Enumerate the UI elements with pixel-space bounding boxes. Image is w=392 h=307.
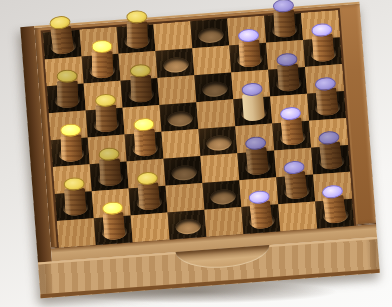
peg-hole — [197, 27, 223, 44]
peg-body — [318, 141, 342, 170]
peg-yellow[interactable] — [94, 93, 117, 132]
square-r8c4[interactable] — [168, 210, 207, 240]
peg-top-yellow — [91, 39, 112, 52]
peg-body — [245, 146, 268, 175]
peg-top-yellow — [56, 69, 77, 82]
peg-body — [50, 25, 74, 54]
square-r6c4[interactable] — [164, 156, 203, 186]
peg-body — [130, 74, 152, 102]
peg-body — [322, 194, 346, 223]
square-r5c7[interactable] — [272, 121, 311, 151]
peg-purple[interactable] — [237, 28, 260, 67]
peg-top-yellow — [129, 63, 151, 77]
square-r3c1[interactable] — [47, 84, 86, 114]
peg-body — [276, 63, 299, 91]
peg-body — [56, 80, 78, 107]
peg-purple[interactable] — [314, 76, 338, 116]
square-r6c8[interactable] — [311, 145, 350, 175]
peg-body — [91, 50, 113, 77]
square-r4c5 — [196, 99, 235, 129]
square-r2c6[interactable] — [229, 43, 268, 73]
peg-body — [133, 128, 156, 156]
square-r2c5 — [192, 46, 231, 76]
square-r6c6[interactable] — [237, 150, 276, 180]
peg-yellow[interactable] — [56, 69, 78, 107]
square-r8c2[interactable] — [94, 215, 133, 245]
square-r2c2[interactable] — [82, 54, 121, 84]
square-r3c7[interactable] — [268, 67, 307, 97]
square-r1c4 — [153, 21, 192, 51]
peg-purple[interactable] — [272, 0, 295, 37]
peg-body — [95, 104, 117, 132]
square-r2c4[interactable] — [155, 48, 194, 78]
square-r3c3[interactable] — [121, 78, 160, 108]
square-r6c5 — [200, 153, 239, 183]
peg-purple[interactable] — [279, 106, 303, 146]
square-r2c8[interactable] — [303, 37, 342, 67]
peg-top-yellow — [63, 176, 85, 190]
square-r5c3[interactable] — [125, 132, 164, 162]
peg-body — [60, 134, 82, 162]
peg-body — [280, 117, 303, 146]
peg-body — [241, 93, 264, 121]
square-r8c8[interactable] — [315, 199, 354, 229]
peg-hole — [210, 188, 236, 205]
peg-body — [126, 21, 148, 48]
square-r8c6[interactable] — [241, 204, 280, 234]
peg-top-yellow — [94, 93, 116, 107]
square-r7c3[interactable] — [129, 186, 168, 216]
peg-hole — [167, 110, 193, 127]
square-r1c7[interactable] — [264, 13, 303, 43]
peg-body — [311, 33, 334, 61]
square-r1c3[interactable] — [117, 24, 156, 54]
square-r5c5[interactable] — [198, 126, 237, 156]
peg-body — [273, 9, 296, 37]
square-r1c1[interactable] — [43, 30, 82, 60]
peg-body — [98, 158, 121, 186]
square-r4c2[interactable] — [86, 108, 125, 138]
square-r3c5[interactable] — [194, 72, 233, 102]
peg-purple[interactable] — [282, 159, 307, 199]
travel-checkers-box — [20, 2, 379, 299]
peg-yellow[interactable] — [129, 63, 152, 102]
peg-body — [315, 87, 338, 116]
square-r8c3 — [131, 213, 170, 243]
peg-yellow[interactable] — [63, 176, 86, 215]
peg-yellow[interactable] — [126, 10, 148, 48]
peg-purple[interactable] — [241, 82, 265, 121]
peg-purple[interactable] — [275, 52, 299, 91]
square-r7c1[interactable] — [55, 191, 94, 221]
peg-yellow[interactable] — [91, 39, 113, 77]
peg-body — [249, 200, 273, 229]
square-r7c4 — [166, 183, 205, 213]
peg-hole — [171, 164, 197, 181]
peg-hole — [163, 57, 189, 74]
photo-background — [0, 0, 392, 307]
peg-body — [137, 182, 160, 210]
square-r5c1[interactable] — [51, 137, 90, 167]
square-r5c4 — [162, 129, 201, 159]
peg-body — [102, 211, 125, 239]
peg-top-yellow — [126, 10, 147, 23]
square-r7c5[interactable] — [202, 180, 241, 210]
peg-top-yellow — [59, 123, 81, 137]
square-r8c1 — [57, 218, 96, 248]
peg-yellow[interactable] — [59, 123, 82, 162]
square-r6c2[interactable] — [90, 162, 129, 192]
square-r4c8[interactable] — [307, 91, 346, 121]
square-r7c7[interactable] — [276, 175, 315, 205]
square-r8c7 — [278, 202, 317, 232]
peg-body — [284, 170, 308, 199]
peg-purple[interactable] — [321, 183, 347, 223]
peg-body — [238, 39, 261, 67]
peg-purple[interactable] — [247, 189, 272, 229]
peg-yellow[interactable] — [101, 200, 125, 239]
square-r4c6[interactable] — [233, 97, 272, 127]
peg-purple[interactable] — [317, 130, 342, 170]
checkers-board — [43, 10, 354, 248]
peg-body — [63, 187, 86, 215]
square-r3c4 — [157, 75, 196, 105]
peg-purple[interactable] — [310, 22, 334, 61]
peg-yellow[interactable] — [133, 117, 156, 156]
peg-top-yellow — [133, 117, 155, 131]
peg-top-yellow — [98, 147, 120, 161]
peg-hole — [175, 218, 201, 235]
peg-yellow[interactable] — [98, 147, 121, 186]
peg-hole — [201, 81, 227, 98]
peg-yellow[interactable] — [136, 171, 160, 210]
peg-yellow[interactable] — [48, 14, 74, 54]
square-r4c4[interactable] — [160, 102, 199, 132]
square-r1c5[interactable] — [190, 19, 229, 49]
peg-purple[interactable] — [244, 135, 268, 175]
board-frame — [34, 2, 376, 248]
peg-hole — [205, 135, 231, 152]
square-r8c5 — [204, 207, 243, 237]
peg-top-purple — [237, 28, 259, 42]
